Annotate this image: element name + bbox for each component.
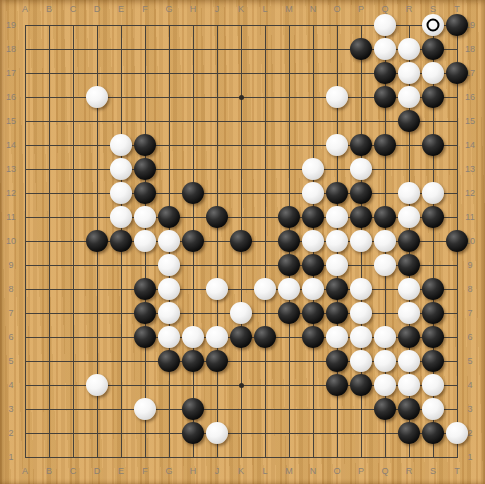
white-stone <box>230 302 252 324</box>
black-stone <box>422 38 444 60</box>
white-stone <box>350 230 372 252</box>
white-stone <box>326 254 348 276</box>
column-label-top: P <box>358 5 364 14</box>
column-label-bottom: A <box>22 467 28 476</box>
white-stone <box>302 230 324 252</box>
row-label-right: 18 <box>465 45 475 54</box>
star-point <box>239 95 244 100</box>
column-label-top: A <box>22 5 28 14</box>
black-stone <box>398 398 420 420</box>
white-stone <box>86 374 108 396</box>
row-label-right: 3 <box>467 405 472 414</box>
black-stone <box>398 254 420 276</box>
white-stone <box>398 206 420 228</box>
white-stone <box>206 278 228 300</box>
row-label-right: 8 <box>467 285 472 294</box>
column-label-bottom: Q <box>381 467 388 476</box>
black-stone <box>134 326 156 348</box>
black-stone <box>326 374 348 396</box>
column-label-top: N <box>310 5 317 14</box>
column-label-top: K <box>238 5 244 14</box>
row-label-right: 6 <box>467 333 472 342</box>
column-label-top: R <box>406 5 413 14</box>
row-label-left: 16 <box>6 93 16 102</box>
column-label-top: F <box>142 5 148 14</box>
column-label-top: O <box>333 5 340 14</box>
grid-line-horizontal <box>25 433 458 434</box>
white-stone <box>374 326 396 348</box>
row-label-right: 13 <box>465 165 475 174</box>
row-label-right: 1 <box>467 453 472 462</box>
column-label-bottom: M <box>285 467 293 476</box>
black-stone <box>206 206 228 228</box>
black-stone <box>350 38 372 60</box>
white-stone <box>398 86 420 108</box>
white-stone <box>110 134 132 156</box>
column-label-top: S <box>430 5 436 14</box>
white-stone <box>302 182 324 204</box>
white-stone <box>158 230 180 252</box>
white-stone <box>158 302 180 324</box>
column-label-bottom: T <box>454 467 460 476</box>
row-label-left: 19 <box>6 21 16 30</box>
black-stone <box>398 326 420 348</box>
white-stone <box>398 278 420 300</box>
row-label-right: 4 <box>467 381 472 390</box>
black-stone <box>230 230 252 252</box>
row-label-left: 17 <box>6 69 16 78</box>
column-label-bottom: C <box>70 467 77 476</box>
white-stone <box>278 278 300 300</box>
row-label-left: 18 <box>6 45 16 54</box>
white-stone <box>158 278 180 300</box>
white-stone <box>398 374 420 396</box>
column-label-bottom: S <box>430 467 436 476</box>
black-stone <box>134 278 156 300</box>
column-label-top: E <box>118 5 124 14</box>
black-stone <box>374 206 396 228</box>
white-stone <box>206 422 228 444</box>
row-label-left: 4 <box>8 381 13 390</box>
black-stone <box>302 326 324 348</box>
column-label-bottom: K <box>238 467 244 476</box>
white-stone <box>134 398 156 420</box>
black-stone <box>398 230 420 252</box>
white-stone <box>422 374 444 396</box>
black-stone <box>158 350 180 372</box>
white-stone <box>398 62 420 84</box>
black-stone <box>254 326 276 348</box>
go-app: AABBCCDDEEFFGGHHJJKKLLMMNNOOPPQQRRSSTT19… <box>0 0 485 484</box>
row-label-left: 7 <box>8 309 13 318</box>
row-label-right: 14 <box>465 141 475 150</box>
white-stone <box>158 326 180 348</box>
white-stone <box>374 254 396 276</box>
black-stone <box>230 326 252 348</box>
column-label-bottom: G <box>165 467 172 476</box>
row-label-right: 15 <box>465 117 475 126</box>
black-stone <box>302 206 324 228</box>
white-stone <box>422 14 444 36</box>
black-stone <box>206 350 228 372</box>
black-stone <box>422 86 444 108</box>
grid-line-vertical <box>265 25 266 458</box>
column-label-bottom: J <box>215 467 220 476</box>
black-stone <box>278 302 300 324</box>
white-stone <box>446 422 468 444</box>
black-stone <box>182 350 204 372</box>
white-stone <box>350 326 372 348</box>
white-stone <box>374 38 396 60</box>
black-stone <box>182 182 204 204</box>
row-label-left: 10 <box>6 237 16 246</box>
black-stone <box>422 134 444 156</box>
white-stone <box>422 182 444 204</box>
white-stone <box>398 38 420 60</box>
row-label-right: 5 <box>467 357 472 366</box>
white-stone <box>422 62 444 84</box>
white-stone <box>326 326 348 348</box>
black-stone <box>398 110 420 132</box>
black-stone <box>350 182 372 204</box>
row-label-left: 9 <box>8 261 13 270</box>
column-label-top: C <box>70 5 77 14</box>
column-label-bottom: L <box>262 467 267 476</box>
column-label-bottom: N <box>310 467 317 476</box>
black-stone <box>422 206 444 228</box>
black-stone <box>278 206 300 228</box>
black-stone <box>134 182 156 204</box>
white-stone <box>350 158 372 180</box>
column-label-bottom: O <box>333 467 340 476</box>
column-label-bottom: F <box>142 467 148 476</box>
white-stone <box>110 206 132 228</box>
white-stone <box>254 278 276 300</box>
white-stone <box>398 302 420 324</box>
grid-line-horizontal <box>25 457 458 458</box>
row-label-left: 3 <box>8 405 13 414</box>
white-stone <box>302 158 324 180</box>
white-stone <box>398 350 420 372</box>
row-label-left: 12 <box>6 189 16 198</box>
black-stone <box>446 14 468 36</box>
white-stone <box>398 182 420 204</box>
black-stone <box>446 62 468 84</box>
black-stone <box>350 374 372 396</box>
column-label-top: T <box>454 5 460 14</box>
black-stone <box>182 230 204 252</box>
column-label-top: D <box>94 5 101 14</box>
black-stone <box>302 302 324 324</box>
white-stone <box>326 134 348 156</box>
row-label-left: 8 <box>8 285 13 294</box>
column-label-top: L <box>262 5 267 14</box>
last-move-marker <box>427 19 440 32</box>
white-stone <box>422 398 444 420</box>
row-label-left: 6 <box>8 333 13 342</box>
white-stone <box>350 278 372 300</box>
black-stone <box>182 422 204 444</box>
black-stone <box>350 206 372 228</box>
white-stone <box>134 206 156 228</box>
white-stone <box>350 302 372 324</box>
go-board[interactable]: AABBCCDDEEFFGGHHJJKKLLMMNNOOPPQQRRSSTT19… <box>0 0 485 484</box>
white-stone <box>206 326 228 348</box>
row-label-left: 2 <box>8 429 13 438</box>
black-stone <box>446 230 468 252</box>
row-label-right: 2 <box>467 429 472 438</box>
row-label-right: 7 <box>467 309 472 318</box>
black-stone <box>86 230 108 252</box>
black-stone <box>422 278 444 300</box>
white-stone <box>158 254 180 276</box>
column-label-top: H <box>190 5 197 14</box>
black-stone <box>110 230 132 252</box>
black-stone <box>422 350 444 372</box>
row-label-right: 16 <box>465 93 475 102</box>
column-label-top: Q <box>381 5 388 14</box>
black-stone <box>158 206 180 228</box>
row-label-left: 15 <box>6 117 16 126</box>
white-stone <box>182 326 204 348</box>
black-stone <box>422 326 444 348</box>
column-label-top: B <box>46 5 52 14</box>
column-label-top: M <box>285 5 293 14</box>
black-stone <box>326 350 348 372</box>
grid-line-horizontal <box>25 289 458 290</box>
black-stone <box>278 254 300 276</box>
row-label-left: 11 <box>6 213 15 222</box>
black-stone <box>134 158 156 180</box>
white-stone <box>302 278 324 300</box>
column-label-bottom: P <box>358 467 364 476</box>
column-label-bottom: H <box>190 467 197 476</box>
black-stone <box>302 254 324 276</box>
white-stone <box>86 86 108 108</box>
white-stone <box>374 14 396 36</box>
black-stone <box>134 134 156 156</box>
black-stone <box>350 134 372 156</box>
black-stone <box>326 182 348 204</box>
row-label-right: 9 <box>467 261 472 270</box>
black-stone <box>374 62 396 84</box>
black-stone <box>374 134 396 156</box>
white-stone <box>134 230 156 252</box>
column-label-top: J <box>215 5 220 14</box>
star-point <box>239 383 244 388</box>
white-stone <box>326 230 348 252</box>
black-stone <box>134 302 156 324</box>
black-stone <box>398 422 420 444</box>
black-stone <box>374 86 396 108</box>
black-stone <box>182 398 204 420</box>
white-stone <box>110 158 132 180</box>
row-label-left: 5 <box>8 357 13 366</box>
black-stone <box>326 278 348 300</box>
column-label-bottom: R <box>406 467 413 476</box>
white-stone <box>374 230 396 252</box>
black-stone <box>326 302 348 324</box>
black-stone <box>278 230 300 252</box>
row-label-left: 1 <box>8 453 13 462</box>
white-stone <box>350 350 372 372</box>
black-stone <box>422 302 444 324</box>
black-stone <box>374 398 396 420</box>
column-label-top: G <box>165 5 172 14</box>
row-label-left: 14 <box>6 141 16 150</box>
black-stone <box>422 422 444 444</box>
row-label-left: 13 <box>6 165 16 174</box>
white-stone <box>374 350 396 372</box>
white-stone <box>326 86 348 108</box>
column-label-bottom: B <box>46 467 52 476</box>
white-stone <box>326 206 348 228</box>
row-label-right: 11 <box>465 213 474 222</box>
column-label-bottom: E <box>118 467 124 476</box>
column-label-bottom: D <box>94 467 101 476</box>
white-stone <box>110 182 132 204</box>
row-label-right: 12 <box>465 189 475 198</box>
white-stone <box>374 374 396 396</box>
